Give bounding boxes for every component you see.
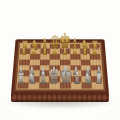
square-a1	[17, 82, 28, 88]
square-c1	[39, 82, 50, 88]
chess-set-product-photo: ♜♞♝♛♚♝♞♜♟♟♟♟♟♟♟♟♟♟♟♟♟♟♟♟♜♞♝♛♚♝♞♜	[0, 0, 120, 120]
board-margin-band	[14, 41, 105, 91]
chess-board-grid	[16, 43, 103, 89]
square-d1	[49, 82, 60, 88]
square-b1	[28, 82, 39, 88]
square-e1	[60, 82, 71, 88]
square-h1	[92, 82, 103, 88]
square-g1	[81, 82, 92, 88]
board-case-front	[11, 93, 109, 102]
board-surface	[11, 39, 109, 94]
square-f1	[71, 82, 82, 88]
